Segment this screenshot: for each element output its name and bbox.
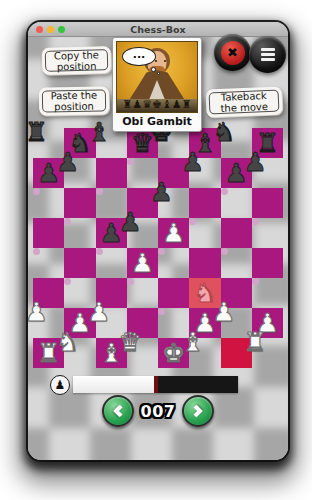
right-chevron-icon xyxy=(190,405,203,418)
piece-black-pawn: ♟ xyxy=(150,179,173,205)
square-d3[interactable] xyxy=(127,278,134,285)
square-f4[interactable] xyxy=(189,248,220,278)
square-b3[interactable] xyxy=(64,278,71,285)
square-d4[interactable]: ♟ xyxy=(127,248,158,278)
piece-white-bishop: ♝ xyxy=(181,329,204,355)
close-icon: ✖ xyxy=(221,41,245,65)
square-c4[interactable] xyxy=(96,248,103,255)
piece-black-pawn: ♟ xyxy=(244,149,267,175)
title-bar: Chess-Box xyxy=(28,22,288,37)
left-chevron-icon xyxy=(113,405,126,418)
square-c8[interactable]: ♝ xyxy=(96,128,103,135)
square-c2[interactable]: ♟ xyxy=(96,308,103,315)
square-a6[interactable] xyxy=(33,188,40,195)
piece-white-pawn: ♟ xyxy=(162,220,185,246)
square-h3[interactable] xyxy=(252,278,259,285)
paste-position-label: Paste the position xyxy=(42,89,106,112)
opponent-portrait: ♜♟♛♚♝♟♜ ... xyxy=(116,41,198,113)
piece-white-knight: ♞ xyxy=(56,329,79,355)
opponent-name: Obi Gambit xyxy=(113,113,201,131)
evaluation-bar xyxy=(73,376,238,393)
eval-white-segment xyxy=(73,376,154,393)
square-e4[interactable] xyxy=(158,248,165,255)
menu-button[interactable] xyxy=(249,36,286,73)
piece-black-pawn: ♟ xyxy=(119,209,142,235)
move-navigation: 007 xyxy=(28,394,288,428)
thought-bubble: ... xyxy=(122,47,156,66)
square-b1[interactable]: ♞ xyxy=(64,338,71,345)
piece-black-bishop: ♝ xyxy=(87,119,110,145)
paste-position-button[interactable]: Paste the position xyxy=(39,86,109,115)
piece-white-queen: ♛ xyxy=(119,329,142,355)
piece-white-rook: ♜ xyxy=(244,329,267,355)
takeback-move-label: Takeback the move xyxy=(209,89,280,114)
square-f7[interactable]: ♟ xyxy=(189,158,196,165)
square-g4[interactable] xyxy=(221,248,228,255)
square-c7[interactable] xyxy=(96,158,127,188)
app-window: Chess-Box Copy the position Paste the po… xyxy=(28,22,288,460)
square-g5[interactable] xyxy=(221,218,252,248)
opponent-card[interactable]: ♜♟♛♚♝♟♜ ... Obi Gambit xyxy=(112,37,202,132)
piece-black-pawn: ♟ xyxy=(181,149,204,175)
piece-black-rook: ♜ xyxy=(28,119,48,145)
previous-move-button[interactable] xyxy=(102,395,134,427)
square-a2[interactable]: ♟ xyxy=(33,308,40,315)
square-g8[interactable]: ♞ xyxy=(221,128,228,135)
square-b4[interactable] xyxy=(64,248,95,278)
square-a4[interactable] xyxy=(33,248,40,255)
black-pawn-icon: ♟ xyxy=(55,379,66,391)
square-d1[interactable]: ♛ xyxy=(127,338,134,345)
square-c6[interactable] xyxy=(96,188,103,195)
square-f5[interactable] xyxy=(189,218,196,225)
move-counter: 007 xyxy=(141,402,176,421)
square-g6[interactable] xyxy=(221,188,228,195)
piece-white-pawn: ♟ xyxy=(131,250,154,276)
square-g2[interactable]: ♟ xyxy=(221,308,228,315)
square-h7[interactable]: ♟ xyxy=(252,158,259,165)
copy-position-button[interactable]: Copy the position xyxy=(42,46,112,75)
piece-black-pawn: ♟ xyxy=(56,149,79,175)
square-h6[interactable] xyxy=(252,188,283,218)
square-e5[interactable]: ♟ xyxy=(158,218,189,248)
square-b6[interactable] xyxy=(64,188,95,218)
chess-board: ♜♞♝♛♚♝♞♜♟♟♟♟♟♟♟♟♟♟♞♟♟♟♟♟♟♜♞♝♛♚♝♜ xyxy=(33,128,283,368)
close-app-button[interactable]: ✖ xyxy=(214,34,251,71)
screenshot: Chess-Box Copy the position Paste the po… xyxy=(0,0,312,500)
turn-indicator: ♟ xyxy=(50,375,70,395)
square-a8[interactable]: ♜ xyxy=(33,128,40,135)
square-h5[interactable] xyxy=(252,218,259,225)
piece-white-pawn: ♟ xyxy=(87,299,110,325)
piece-white-pawn: ♟ xyxy=(212,299,235,325)
square-f1[interactable]: ♝ xyxy=(189,338,196,345)
piece-black-knight: ♞ xyxy=(212,119,235,145)
portrait-chessboard: ♜♟♛♚♝♟♜ xyxy=(117,99,197,112)
square-f6[interactable] xyxy=(189,188,220,218)
square-h1[interactable]: ♜ xyxy=(252,338,259,345)
square-b5[interactable] xyxy=(64,218,71,225)
takeback-move-button[interactable]: Takeback the move xyxy=(205,86,282,117)
thought-bubble-tail xyxy=(151,67,156,72)
copy-position-label: Copy the position xyxy=(45,49,109,72)
hamburger-icon xyxy=(261,48,275,51)
square-e3[interactable] xyxy=(158,278,189,308)
evaluation-row: ♟ xyxy=(28,374,288,396)
window-title: Chess-Box xyxy=(28,24,288,35)
square-d7[interactable] xyxy=(127,158,134,165)
square-e6[interactable]: ♟ xyxy=(158,188,165,195)
square-d5[interactable]: ♟ xyxy=(127,218,134,225)
square-a5[interactable] xyxy=(33,218,64,248)
piece-white-pawn: ♟ xyxy=(28,299,48,325)
square-h4[interactable] xyxy=(252,248,283,278)
square-e2[interactable] xyxy=(158,308,165,315)
eval-black-segment xyxy=(158,376,238,393)
next-move-button[interactable] xyxy=(182,395,214,427)
square-b7[interactable]: ♟ xyxy=(64,158,71,165)
